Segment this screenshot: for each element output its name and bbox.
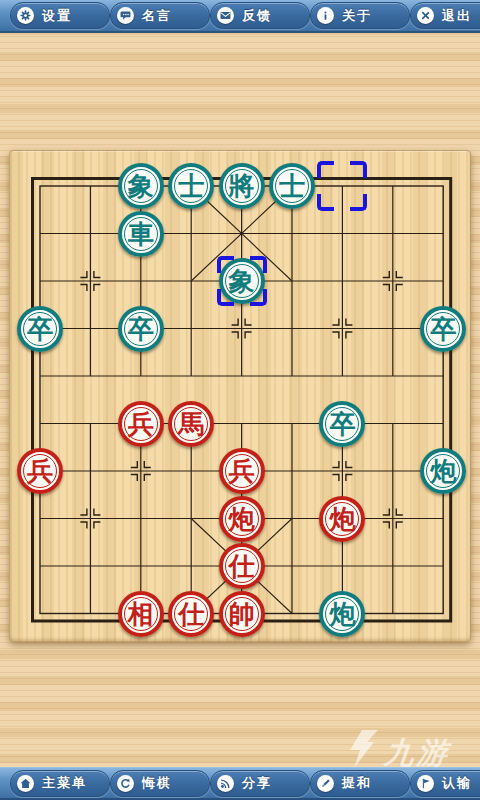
pencil-icon xyxy=(317,775,334,792)
piece-glyph: 炮 xyxy=(329,506,355,532)
envelope-icon xyxy=(217,7,234,24)
piece-glyph: 兵 xyxy=(27,458,53,484)
black-piece-象[interactable]: 象 xyxy=(118,163,164,209)
black-piece-卒[interactable]: 卒 xyxy=(420,306,466,352)
black-piece-士[interactable]: 士 xyxy=(269,163,315,209)
settings-button[interactable]: 设置 xyxy=(10,2,110,29)
close-icon xyxy=(417,7,434,24)
black-piece-士[interactable]: 士 xyxy=(168,163,214,209)
main-menu-button[interactable]: 主菜单 xyxy=(10,770,110,797)
red-piece-兵[interactable]: 兵 xyxy=(17,448,63,494)
bottom-toolbar: 主菜单 悔棋 分享 提和 认输 xyxy=(0,767,480,800)
offer-draw-label: 提和 xyxy=(342,774,372,792)
piece-glyph: 將 xyxy=(229,173,255,199)
undo-icon xyxy=(117,775,134,792)
undo-move-button[interactable]: 悔棋 xyxy=(110,770,210,797)
red-piece-炮[interactable]: 炮 xyxy=(319,496,365,542)
piece-glyph: 馬 xyxy=(178,411,204,437)
black-piece-炮[interactable]: 炮 xyxy=(420,448,466,494)
piece-glyph: 炮 xyxy=(329,601,355,627)
info-icon xyxy=(317,7,334,24)
black-piece-車[interactable]: 車 xyxy=(118,211,164,257)
black-piece-卒[interactable]: 卒 xyxy=(319,401,365,447)
red-piece-兵[interactable]: 兵 xyxy=(118,401,164,447)
share-label: 分享 xyxy=(242,774,272,792)
watermark-logo-icon xyxy=(348,730,378,768)
watermark-text: 九游 xyxy=(382,738,451,768)
piece-glyph: 相 xyxy=(128,601,154,627)
piece-glyph: 兵 xyxy=(128,411,154,437)
home-icon xyxy=(17,775,34,792)
xiangqi-board[interactable]: 象士將士車象卒卒卒兵馬卒兵兵炮炮炮仕相仕帥炮 xyxy=(9,150,471,642)
red-piece-帥[interactable]: 帥 xyxy=(219,591,265,637)
black-piece-卒[interactable]: 卒 xyxy=(17,306,63,352)
red-piece-仕[interactable]: 仕 xyxy=(219,543,265,589)
exit-label: 退出 xyxy=(442,7,472,25)
piece-glyph: 象 xyxy=(229,268,255,294)
flag-icon xyxy=(417,775,434,792)
piece-glyph: 車 xyxy=(128,221,154,247)
feedback-button[interactable]: 反馈 xyxy=(210,2,310,29)
piece-glyph: 卒 xyxy=(128,316,154,342)
black-piece-將[interactable]: 將 xyxy=(219,163,265,209)
gear-icon xyxy=(17,7,34,24)
about-button[interactable]: 关于 xyxy=(310,2,410,29)
red-piece-相[interactable]: 相 xyxy=(118,591,164,637)
watermark: 九游 xyxy=(348,730,450,768)
red-piece-炮[interactable]: 炮 xyxy=(219,496,265,542)
piece-glyph: 兵 xyxy=(229,458,255,484)
piece-glyph: 卒 xyxy=(329,411,355,437)
piece-glyph: 仕 xyxy=(178,601,204,627)
share-icon xyxy=(217,775,234,792)
main-menu-label: 主菜单 xyxy=(42,774,87,792)
quotes-label: 名言 xyxy=(142,7,172,25)
black-piece-炮[interactable]: 炮 xyxy=(319,591,365,637)
piece-glyph: 炮 xyxy=(430,458,456,484)
exit-button[interactable]: 退出 xyxy=(410,2,480,29)
undo-label: 悔棋 xyxy=(142,774,172,792)
red-piece-馬[interactable]: 馬 xyxy=(168,401,214,447)
offer-draw-button[interactable]: 提和 xyxy=(310,770,410,797)
settings-label: 设置 xyxy=(42,7,72,25)
black-piece-卒[interactable]: 卒 xyxy=(118,306,164,352)
wood-background: 设置 名言 反馈 关于 退出 象士將士車 xyxy=(0,0,480,800)
speech-icon xyxy=(117,7,134,24)
quotes-button[interactable]: 名言 xyxy=(110,2,210,29)
piece-glyph: 象 xyxy=(128,173,154,199)
piece-glyph: 士 xyxy=(279,173,305,199)
piece-glyph: 炮 xyxy=(229,506,255,532)
piece-glyph: 士 xyxy=(178,173,204,199)
black-piece-象[interactable]: 象 xyxy=(219,258,265,304)
feedback-label: 反馈 xyxy=(242,7,272,25)
about-label: 关于 xyxy=(342,7,372,25)
red-piece-兵[interactable]: 兵 xyxy=(219,448,265,494)
top-toolbar: 设置 名言 反馈 关于 退出 xyxy=(0,0,480,33)
resign-button[interactable]: 认输 xyxy=(410,770,480,797)
resign-label: 认输 xyxy=(442,774,472,792)
share-button[interactable]: 分享 xyxy=(210,770,310,797)
piece-glyph: 卒 xyxy=(430,316,456,342)
piece-glyph: 卒 xyxy=(27,316,53,342)
piece-glyph: 帥 xyxy=(229,601,255,627)
red-piece-仕[interactable]: 仕 xyxy=(168,591,214,637)
piece-glyph: 仕 xyxy=(229,553,255,579)
